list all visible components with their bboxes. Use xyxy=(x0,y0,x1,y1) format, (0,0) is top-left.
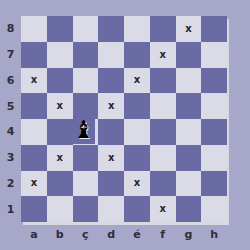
square-d5[interactable]: x xyxy=(98,93,124,119)
square-a6[interactable]: x xyxy=(21,68,47,94)
square-d1[interactable] xyxy=(98,196,124,222)
square-a8[interactable] xyxy=(21,16,47,42)
move-mark: x xyxy=(134,75,140,85)
file-label-a: a xyxy=(21,225,47,243)
square-a5[interactable] xyxy=(21,93,47,119)
square-h6[interactable] xyxy=(201,68,227,94)
square-e1[interactable] xyxy=(124,196,150,222)
square-g5[interactable] xyxy=(176,93,202,119)
square-e8[interactable] xyxy=(124,16,150,42)
square-a3[interactable] xyxy=(21,145,47,171)
square-g8[interactable]: x xyxy=(176,16,202,42)
square-h5[interactable] xyxy=(201,93,227,119)
square-f3[interactable] xyxy=(150,145,176,171)
file-label-g: g xyxy=(176,225,202,243)
square-g6[interactable] xyxy=(176,68,202,94)
square-c6[interactable] xyxy=(73,68,99,94)
file-label-d: d xyxy=(98,225,124,243)
square-f7[interactable]: x xyxy=(150,42,176,68)
square-b6[interactable] xyxy=(47,68,73,94)
move-mark: x xyxy=(108,153,114,163)
move-mark: x xyxy=(159,204,165,214)
square-a1[interactable] xyxy=(21,196,47,222)
square-f4[interactable] xyxy=(150,119,176,145)
square-e5[interactable] xyxy=(124,93,150,119)
file-label-ç: ç xyxy=(73,225,99,243)
square-b7[interactable] xyxy=(47,42,73,68)
file-label-f: f xyxy=(150,225,176,243)
square-g4[interactable] xyxy=(176,119,202,145)
square-b3[interactable]: x xyxy=(47,145,73,171)
square-b4[interactable] xyxy=(47,119,73,145)
square-e4[interactable] xyxy=(124,119,150,145)
square-a7[interactable] xyxy=(21,42,47,68)
square-c3[interactable] xyxy=(73,145,99,171)
square-h1[interactable] xyxy=(201,196,227,222)
rank-label-4: 4 xyxy=(0,119,21,145)
move-mark: x xyxy=(31,178,37,188)
square-b2[interactable] xyxy=(47,171,73,197)
square-e7[interactable] xyxy=(124,42,150,68)
rank-label-3: 3 xyxy=(0,145,21,171)
square-f8[interactable] xyxy=(150,16,176,42)
board: xxxxxx♝xxxxx xyxy=(21,16,227,222)
square-c2[interactable] xyxy=(73,171,99,197)
square-g7[interactable] xyxy=(176,42,202,68)
file-label-b: b xyxy=(47,225,73,243)
square-f1[interactable]: x xyxy=(150,196,176,222)
square-c8[interactable] xyxy=(73,16,99,42)
square-h4[interactable] xyxy=(201,119,227,145)
square-c4[interactable]: ♝ xyxy=(73,119,99,145)
move-mark: x xyxy=(56,101,62,111)
square-f2[interactable] xyxy=(150,171,176,197)
move-mark: x xyxy=(159,50,165,60)
square-g1[interactable] xyxy=(176,196,202,222)
rank-label-7: 7 xyxy=(0,42,21,68)
move-mark: x xyxy=(185,24,191,34)
square-e6[interactable]: x xyxy=(124,68,150,94)
rank-label-6: 6 xyxy=(0,68,21,94)
file-label-é: é xyxy=(124,225,150,243)
file-labels: abçdéfgh xyxy=(21,225,227,243)
square-d4[interactable] xyxy=(98,119,124,145)
move-mark: x xyxy=(108,101,114,111)
rank-label-2: 2 xyxy=(0,171,21,197)
square-c1[interactable] xyxy=(73,196,99,222)
square-d8[interactable] xyxy=(98,16,124,42)
rank-label-1: 1 xyxy=(0,196,21,222)
black-bishop[interactable]: ♝ xyxy=(73,118,95,142)
square-h3[interactable] xyxy=(201,145,227,171)
square-f5[interactable] xyxy=(150,93,176,119)
chess-diagram: 87654321 xxxxxx♝xxxxx abçdéfgh xyxy=(0,0,250,250)
rank-label-8: 8 xyxy=(0,16,21,42)
square-a2[interactable]: x xyxy=(21,171,47,197)
square-h2[interactable] xyxy=(201,171,227,197)
square-d3[interactable]: x xyxy=(98,145,124,171)
square-g3[interactable] xyxy=(176,145,202,171)
square-c7[interactable] xyxy=(73,42,99,68)
square-b8[interactable] xyxy=(47,16,73,42)
square-f6[interactable] xyxy=(150,68,176,94)
square-a4[interactable] xyxy=(21,119,47,145)
square-b5[interactable]: x xyxy=(47,93,73,119)
file-label-h: h xyxy=(201,225,227,243)
square-h7[interactable] xyxy=(201,42,227,68)
piece-sprite-background: ♝ xyxy=(73,119,96,144)
rank-label-5: 5 xyxy=(0,93,21,119)
square-e3[interactable] xyxy=(124,145,150,171)
square-d2[interactable] xyxy=(98,171,124,197)
move-mark: x xyxy=(134,178,140,188)
move-mark: x xyxy=(31,75,37,85)
square-e2[interactable]: x xyxy=(124,171,150,197)
square-h8[interactable] xyxy=(201,16,227,42)
square-d7[interactable] xyxy=(98,42,124,68)
square-g2[interactable] xyxy=(176,171,202,197)
move-mark: x xyxy=(56,153,62,163)
square-d6[interactable] xyxy=(98,68,124,94)
rank-labels: 87654321 xyxy=(0,16,21,222)
square-b1[interactable] xyxy=(47,196,73,222)
